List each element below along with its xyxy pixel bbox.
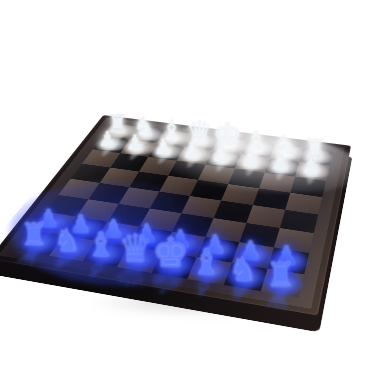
square-a2: ♟♟ (31, 212, 76, 236)
chess-set-photo: ♜♜♞♞♝♝♛♛♚♚♝♝♞♞♜♜♟♟♟♟♟♟♟♟♟♟♟♟♟♟♟♟♟♟♟♟♟♟♟♟… (44, 50, 336, 342)
square-e5 (190, 180, 228, 201)
square-h6 (290, 177, 326, 197)
square-g1: ♞♞ (224, 263, 268, 292)
square-g7: ♟♟ (265, 158, 300, 177)
square-f5 (221, 184, 259, 205)
white-rook: ♜ (93, 96, 141, 137)
square-h2: ♟♟ (268, 248, 310, 275)
board-grid: ♜♜♞♞♝♝♛♛♚♚♝♝♞♞♜♜♟♟♟♟♟♟♟♟♟♟♟♟♟♟♟♟♟♟♟♟♟♟♟♟… (16, 124, 333, 298)
square-h4 (280, 210, 318, 233)
square-h1: ♜♜ (261, 269, 304, 298)
chess-board: ♜♜♞♞♝♝♛♛♚♚♝♝♞♞♜♜♟♟♟♟♟♟♟♟♟♟♟♟♟♟♟♟♟♟♟♟♟♟♟♟… (0, 115, 351, 316)
square-e6 (198, 165, 235, 184)
square-c4 (119, 187, 160, 208)
square-f1: ♝♝ (187, 257, 231, 285)
